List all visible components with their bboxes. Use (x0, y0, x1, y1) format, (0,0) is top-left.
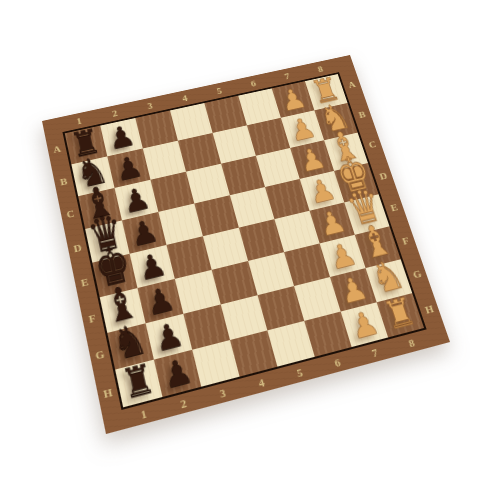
photo-canvas: 12345678 12345678 ABCDEFGH ABCDEFGH ♜♟♟♜… (0, 0, 480, 480)
light-pawn-h7: ♟ (346, 306, 383, 345)
chess-board: 12345678 12345678 ABCDEFGH ABCDEFGH ♜♟♟♜… (42, 55, 450, 434)
light-rook-h8: ♜ (379, 291, 420, 335)
dark-rook-h1: ♜ (118, 358, 158, 406)
dark-pawn-h2: ♟ (160, 353, 196, 394)
